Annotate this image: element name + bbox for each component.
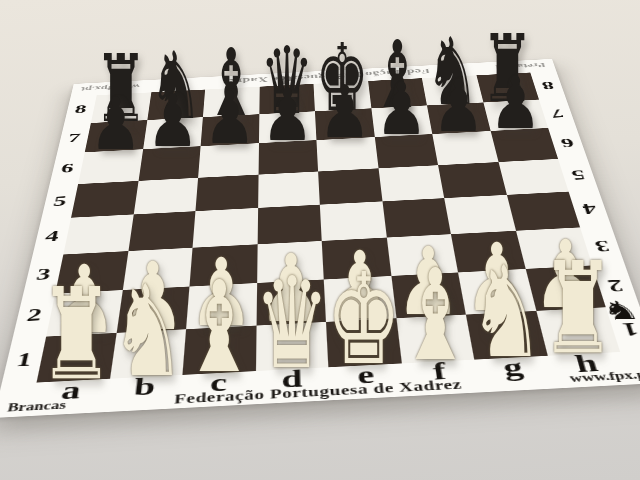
square-a4[interactable] [63,214,133,254]
square-h8[interactable] [476,72,539,102]
square-b3[interactable] [122,247,192,290]
square-e6[interactable] [316,137,378,171]
square-f3[interactable] [386,234,458,276]
square-h3[interactable] [515,227,592,269]
square-e4[interactable] [320,201,386,240]
square-d3[interactable] [257,241,324,283]
board-perspective: 87654321 87654321 abcdefgh abcdefgh Bran… [0,59,640,418]
square-g3[interactable] [451,230,525,272]
square-g7[interactable] [427,102,490,134]
white-side-label: Brancas [6,399,67,415]
chess-board-grid [37,72,621,382]
square-e8[interactable] [313,81,370,111]
square-f2[interactable] [391,272,466,317]
square-b6[interactable] [138,146,200,180]
square-d7[interactable] [259,111,317,143]
square-e5[interactable] [318,168,382,205]
black-side-label: Pretas [512,61,547,69]
square-a6[interactable] [78,149,143,184]
square-d8[interactable] [259,84,315,114]
square-f6[interactable] [374,134,438,168]
website-url: www.fpx.pt [568,368,640,385]
knight-icon: ♞ [599,297,640,324]
square-f4[interactable] [382,198,451,237]
square-c6[interactable] [198,143,258,177]
board-sheet: 87654321 87654321 abcdefgh abcdefgh Bran… [0,59,640,418]
square-f5[interactable] [378,165,444,201]
square-a8[interactable] [91,92,151,122]
square-e2[interactable] [324,276,396,322]
square-b8[interactable] [147,90,205,120]
square-a2[interactable] [46,290,122,336]
square-c7[interactable] [201,114,259,146]
square-h4[interactable] [506,192,580,231]
square-a3[interactable] [55,251,128,294]
square-h7[interactable] [483,99,548,131]
square-h5[interactable] [498,159,569,195]
square-d2[interactable] [256,279,326,325]
square-b7[interactable] [143,117,203,149]
square-a7[interactable] [85,120,147,152]
square-e7[interactable] [315,108,374,140]
square-g8[interactable] [422,75,483,105]
board-tilt-wrapper: 87654321 87654321 abcdefgh abcdefgh Bran… [25,0,614,480]
square-f7[interactable] [371,105,432,137]
square-h6[interactable] [490,128,558,162]
square-d4[interactable] [257,205,322,244]
square-g2[interactable] [458,269,536,314]
square-a5[interactable] [71,181,138,218]
square-d6[interactable] [258,140,318,174]
square-b4[interactable] [128,211,195,251]
square-c4[interactable] [193,208,258,247]
square-c2[interactable] [186,283,257,329]
square-c5[interactable] [195,174,258,211]
square-g5[interactable] [438,162,506,198]
square-c3[interactable] [189,244,257,287]
square-c8[interactable] [203,87,259,117]
photo-stage: 87654321 87654321 abcdefgh abcdefgh Bran… [0,0,640,480]
square-e3[interactable] [322,237,391,279]
square-b2[interactable] [116,287,189,333]
square-g6[interactable] [432,131,498,165]
square-f8[interactable] [368,78,427,108]
square-b5[interactable] [133,178,198,215]
square-d5[interactable] [258,171,320,208]
square-g4[interactable] [444,195,515,234]
